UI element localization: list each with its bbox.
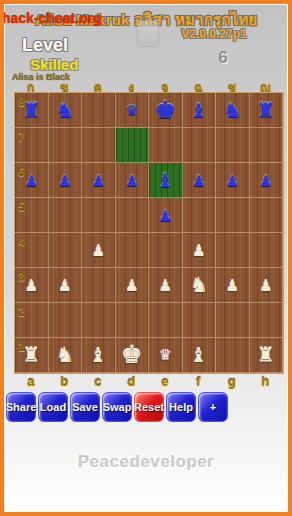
- square-g7[interactable]: [216, 128, 250, 163]
- white-bia-pawn[interactable]: ♟: [25, 278, 38, 293]
- black-rua-rook[interactable]: ♜: [257, 100, 275, 120]
- square-f5[interactable]: [183, 198, 217, 233]
- square-c7[interactable]: [82, 128, 116, 163]
- app-window: hack-cheat.org Alisa Makruk อลิสา หมากรุ…: [0, 0, 292, 516]
- square-e5[interactable]: ♟: [149, 198, 183, 233]
- rank-label-5: 5: [18, 200, 25, 214]
- black-bia-pawn[interactable]: ♟: [159, 208, 172, 223]
- square-e1[interactable]: ♛: [149, 338, 183, 373]
- square-g4[interactable]: [216, 233, 250, 268]
- square-h4[interactable]: [250, 233, 284, 268]
- black-bia-pawn[interactable]: ♟: [92, 173, 105, 188]
- square-h1[interactable]: ♜: [250, 338, 284, 373]
- black-bia-pawn[interactable]: ♟: [25, 173, 38, 188]
- developer-watermark: Peacedeveloper: [4, 452, 288, 472]
- rank-label-3: 3: [18, 270, 25, 284]
- white-ma-knight[interactable]: ♞: [190, 275, 208, 295]
- square-e6[interactable]: ♝: [149, 163, 183, 198]
- square-d4[interactable]: [116, 233, 150, 268]
- square-d1[interactable]: ♚: [116, 338, 150, 373]
- black-khun-king[interactable]: ♚: [154, 98, 176, 122]
- white-bia-pawn[interactable]: ♟: [159, 278, 172, 293]
- square-f3[interactable]: ♞: [183, 268, 217, 303]
- rank-label-6: 6: [18, 165, 25, 179]
- rank-label-1: 1: [18, 340, 25, 354]
- square-d5[interactable]: [116, 198, 150, 233]
- white-khon-bishop[interactable]: ♝: [90, 346, 107, 365]
- square-b5[interactable]: [49, 198, 83, 233]
- file-label-latin-b: b: [48, 374, 82, 389]
- square-c5[interactable]: [82, 198, 116, 233]
- square-b6[interactable]: ♟: [49, 163, 83, 198]
- level-value[interactable]: Skilled: [30, 56, 78, 73]
- black-met-queen[interactable]: ♛: [125, 103, 138, 117]
- file-label-latin-f: f: [182, 374, 216, 389]
- square-h6[interactable]: ♟: [250, 163, 284, 198]
- load-button[interactable]: Load: [38, 392, 68, 422]
- square-f2[interactable]: [183, 303, 217, 338]
- square-g2[interactable]: [216, 303, 250, 338]
- black-bia-pawn[interactable]: ♟: [226, 173, 239, 188]
- square-b2[interactable]: [49, 303, 83, 338]
- black-bia-pawn[interactable]: ♟: [192, 173, 205, 188]
- square-f1[interactable]: ♝: [183, 338, 217, 373]
- black-bia-pawn[interactable]: ♟: [58, 173, 71, 188]
- square-b1[interactable]: ♞: [49, 338, 83, 373]
- black-ma-knight[interactable]: ♞: [56, 100, 74, 120]
- file-label-latin-a: a: [14, 374, 48, 389]
- white-bia-pawn[interactable]: ♟: [92, 243, 105, 258]
- black-bia-pawn[interactable]: ♟: [125, 173, 138, 188]
- square-g8[interactable]: ♞: [216, 93, 250, 128]
- square-h2[interactable]: [250, 303, 284, 338]
- white-rua-rook[interactable]: ♜: [257, 345, 275, 365]
- square-f7[interactable]: [183, 128, 217, 163]
- toolbar: ShareLoadSaveSwapResetHelp+: [6, 392, 228, 422]
- square-d8[interactable]: ♛: [116, 93, 150, 128]
- black-bia-pawn[interactable]: ♟: [259, 173, 272, 188]
- square-f4[interactable]: ♟: [183, 233, 217, 268]
- black-khon-bishop[interactable]: ♝: [190, 101, 207, 120]
- square-c4[interactable]: ♟: [82, 233, 116, 268]
- plus-button[interactable]: +: [198, 392, 228, 422]
- square-c6[interactable]: ♟: [82, 163, 116, 198]
- help-button[interactable]: Help: [166, 392, 196, 422]
- square-h3[interactable]: ♟: [250, 268, 284, 303]
- square-b3[interactable]: ♟: [49, 268, 83, 303]
- share-button[interactable]: Share: [6, 392, 36, 422]
- square-h8[interactable]: ♜: [250, 93, 284, 128]
- white-bia-pawn[interactable]: ♟: [226, 278, 239, 293]
- square-e7[interactable]: [149, 128, 183, 163]
- reset-button[interactable]: Reset: [134, 392, 164, 422]
- level-label[interactable]: Level: [22, 35, 68, 56]
- move-counter: 6: [210, 48, 236, 68]
- square-c2[interactable]: [82, 303, 116, 338]
- save-button[interactable]: Save: [70, 392, 100, 422]
- white-bia-pawn[interactable]: ♟: [259, 278, 272, 293]
- white-ma-knight[interactable]: ♞: [56, 345, 74, 365]
- file-label-latin-c: c: [81, 374, 115, 389]
- white-met-queen[interactable]: ♛: [159, 348, 172, 362]
- black-khon-bishop[interactable]: ♝: [157, 171, 174, 190]
- rank-label-7: 7: [18, 130, 25, 144]
- square-b4[interactable]: [49, 233, 83, 268]
- file-label-latin-g: g: [215, 374, 249, 389]
- square-f6[interactable]: ♟: [183, 163, 217, 198]
- square-c1[interactable]: ♝: [82, 338, 116, 373]
- square-f8[interactable]: ♝: [183, 93, 217, 128]
- square-e8[interactable]: ♚: [149, 93, 183, 128]
- file-labels-latin: abcdefgh: [14, 374, 282, 389]
- rank-label-8: 8: [18, 95, 25, 109]
- square-e3[interactable]: ♟: [149, 268, 183, 303]
- square-g5[interactable]: [216, 198, 250, 233]
- square-e2[interactable]: [149, 303, 183, 338]
- square-b8[interactable]: ♞: [49, 93, 83, 128]
- board-grid: ♜♞♛♚♝♞♜♟♟♟♟♝♟♟♟♟♟♟♟♟♟♟♞♟♟♜♞♝♚♛♝♜87654321: [14, 92, 284, 374]
- rank-label-4: 4: [18, 235, 25, 249]
- white-khun-king[interactable]: ♚: [121, 343, 143, 367]
- square-h7[interactable]: [250, 128, 284, 163]
- rank-label-2: 2: [18, 305, 25, 319]
- square-d3[interactable]: ♟: [116, 268, 150, 303]
- white-bia-pawn[interactable]: ♟: [125, 278, 138, 293]
- square-g6[interactable]: ♟: [216, 163, 250, 198]
- square-e4[interactable]: [149, 233, 183, 268]
- site-watermark: hack-cheat.org: [2, 10, 102, 26]
- white-khon-bishop[interactable]: ♝: [190, 346, 207, 365]
- square-d6[interactable]: ♟: [116, 163, 150, 198]
- white-bia-pawn[interactable]: ♟: [58, 278, 71, 293]
- square-h5[interactable]: [250, 198, 284, 233]
- square-g3[interactable]: ♟: [216, 268, 250, 303]
- swap-button[interactable]: Swap: [102, 392, 132, 422]
- square-c8[interactable]: [82, 93, 116, 128]
- file-label-latin-h: h: [249, 374, 283, 389]
- square-d7[interactable]: [116, 128, 150, 163]
- square-c3[interactable]: [82, 268, 116, 303]
- square-b7[interactable]: [49, 128, 83, 163]
- white-bia-pawn[interactable]: ♟: [192, 243, 205, 258]
- square-g1[interactable]: [216, 338, 250, 373]
- square-d2[interactable]: [116, 303, 150, 338]
- file-label-latin-e: e: [148, 374, 182, 389]
- file-label-latin-d: d: [115, 374, 149, 389]
- black-ma-knight[interactable]: ♞: [223, 100, 241, 120]
- version-label: V2.0.0.27p1: [154, 27, 274, 41]
